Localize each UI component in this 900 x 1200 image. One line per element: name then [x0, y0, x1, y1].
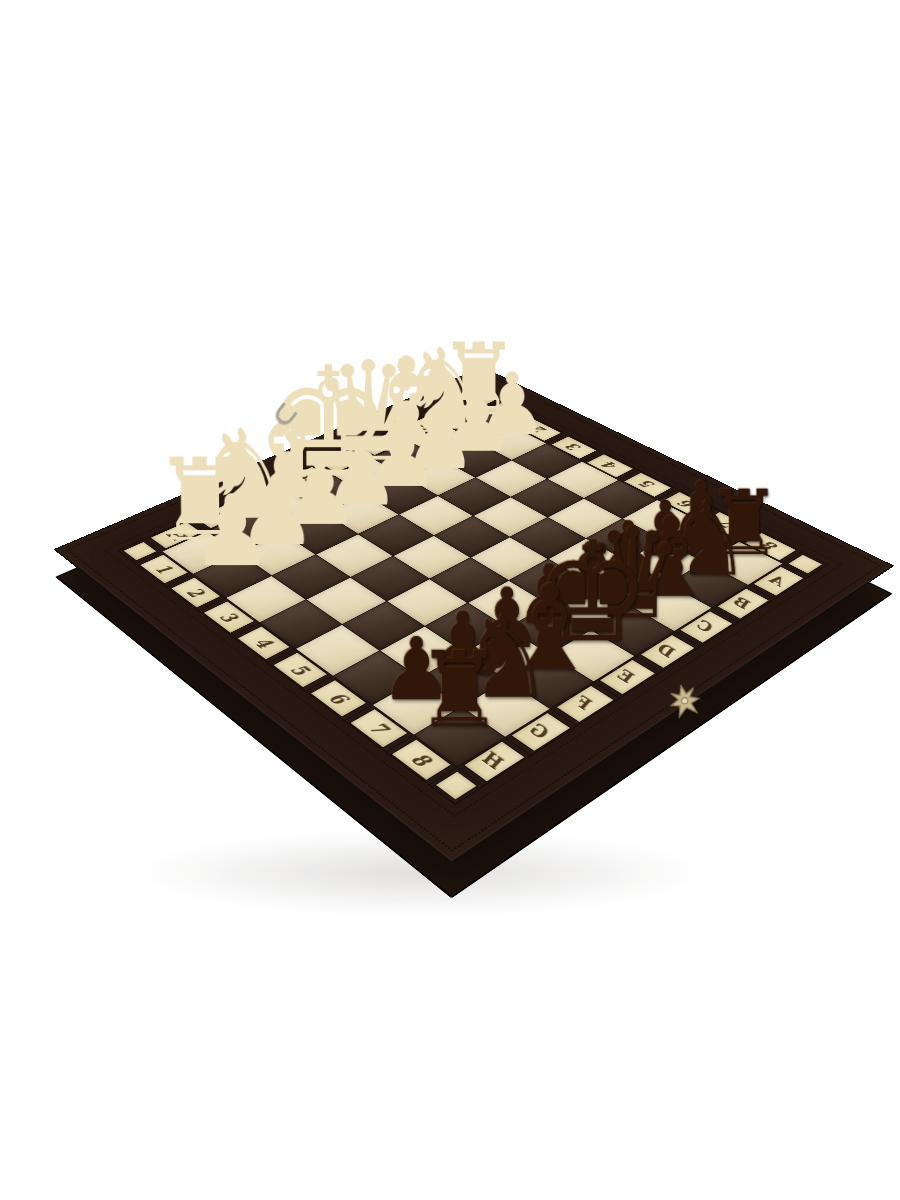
metal-hook-icon [272, 402, 297, 427]
square-g5[interactable] [343, 602, 424, 651]
file-label-H-se: H [458, 738, 530, 786]
square-g7[interactable] [420, 653, 505, 707]
square-e7[interactable] [508, 605, 590, 654]
chess-set-photo: 12345678AABBCCDDEEFFGGHH12345678 ♜♞♝♛♚♝♞… [0, 0, 900, 1200]
square-e6[interactable] [468, 581, 548, 628]
square-h3[interactable] [226, 576, 305, 622]
square-h5[interactable] [296, 625, 379, 676]
square-h7[interactable] [373, 678, 460, 734]
rank-label-8-sw: 8 [386, 736, 456, 785]
chess-board: 12345678AABBCCDDEEFFGGHH12345678 ♜♞♝♛♚♝♞… [53, 367, 894, 864]
square-f5[interactable] [387, 579, 467, 626]
square-b8[interactable] [669, 562, 748, 607]
board-face: 12345678AABBCCDDEEFFGGHH12345678 ♜♞♝♛♚♝♞… [53, 367, 894, 864]
square-h8[interactable] [414, 707, 504, 766]
file-label-G-se: G [506, 709, 576, 755]
file-label-E-se: E [594, 656, 660, 697]
rank-label-2-sw: 2 [167, 575, 225, 611]
file-label-A-se: A [749, 564, 808, 599]
file-label-D-se: D [636, 632, 700, 672]
file-label-C-se: C [675, 608, 737, 646]
square-f7[interactable] [465, 628, 549, 679]
square-f8[interactable] [507, 655, 593, 709]
square-g4[interactable] [307, 578, 386, 624]
square-g8[interactable] [462, 680, 550, 736]
square-g3[interactable] [272, 555, 350, 599]
square-h4[interactable] [260, 600, 341, 648]
square-h2[interactable] [194, 553, 271, 597]
rank-label-6-sw: 6 [306, 677, 372, 721]
rank-label-5-sw: 5 [268, 649, 332, 691]
square-e5[interactable] [430, 558, 508, 603]
square-d8[interactable] [592, 607, 674, 656]
corner-tile [430, 768, 483, 804]
rank-label-7-sw: 7 [345, 705, 413, 751]
square-d6[interactable] [509, 559, 587, 604]
square-c8[interactable] [631, 584, 711, 631]
square-e8[interactable] [550, 630, 634, 681]
square-g6[interactable] [381, 627, 464, 678]
square-f4[interactable] [351, 556, 429, 600]
square-d7[interactable] [550, 582, 630, 629]
file-label-F-se: F [551, 682, 619, 725]
square-c7[interactable] [589, 561, 667, 606]
square-f6[interactable] [425, 603, 507, 652]
board-grid: 12345678AABBCCDDEEFFGGHH12345678 [119, 392, 828, 804]
rank-label-4-sw: 4 [233, 623, 295, 663]
rank-label-3-sw: 3 [199, 598, 259, 636]
square-h6[interactable] [334, 651, 419, 704]
file-label-B-se: B [713, 586, 774, 622]
